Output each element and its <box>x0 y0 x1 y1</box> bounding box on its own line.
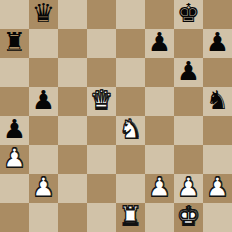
square-g6[interactable]: ♟ <box>174 58 203 87</box>
square-e8[interactable] <box>116 0 145 29</box>
square-d2[interactable] <box>87 174 116 203</box>
square-d7[interactable] <box>87 29 116 58</box>
square-g8[interactable]: ♚ <box>174 0 203 29</box>
square-a4[interactable]: ♟ <box>0 116 29 145</box>
square-g5[interactable] <box>174 87 203 116</box>
square-h1[interactable] <box>203 203 232 232</box>
square-f4[interactable] <box>145 116 174 145</box>
square-b4[interactable] <box>29 116 58 145</box>
square-e3[interactable] <box>116 145 145 174</box>
square-b3[interactable] <box>29 145 58 174</box>
white-king-piece: ♚ <box>177 203 200 231</box>
black-pawn-piece: ♟ <box>148 29 171 57</box>
square-h2[interactable]: ♟ <box>203 174 232 203</box>
white-pawn-piece: ♟ <box>206 174 229 202</box>
square-g7[interactable] <box>174 29 203 58</box>
black-queen-piece: ♛ <box>32 0 55 28</box>
square-d1[interactable] <box>87 203 116 232</box>
square-d5[interactable]: ♛ <box>87 87 116 116</box>
square-d4[interactable] <box>87 116 116 145</box>
square-c3[interactable] <box>58 145 87 174</box>
square-h6[interactable] <box>203 58 232 87</box>
square-c7[interactable] <box>58 29 87 58</box>
black-pawn-piece: ♟ <box>206 29 229 57</box>
black-pawn-piece: ♟ <box>3 116 26 144</box>
white-pawn-piece: ♟ <box>177 174 200 202</box>
black-pawn-piece: ♟ <box>177 58 200 86</box>
square-f8[interactable] <box>145 0 174 29</box>
black-king-piece: ♚ <box>177 0 200 28</box>
square-f2[interactable]: ♟ <box>145 174 174 203</box>
square-h8[interactable] <box>203 0 232 29</box>
square-f5[interactable] <box>145 87 174 116</box>
white-knight-piece: ♞ <box>119 116 142 144</box>
square-c4[interactable] <box>58 116 87 145</box>
square-e6[interactable] <box>116 58 145 87</box>
square-a3[interactable]: ♟ <box>0 145 29 174</box>
square-f3[interactable] <box>145 145 174 174</box>
square-g1[interactable]: ♚ <box>174 203 203 232</box>
square-f6[interactable] <box>145 58 174 87</box>
square-c5[interactable] <box>58 87 87 116</box>
square-a6[interactable] <box>0 58 29 87</box>
square-c8[interactable] <box>58 0 87 29</box>
square-b8[interactable]: ♛ <box>29 0 58 29</box>
square-a1[interactable] <box>0 203 29 232</box>
white-pawn-piece: ♟ <box>148 174 171 202</box>
square-g4[interactable] <box>174 116 203 145</box>
white-queen-piece: ♛ <box>90 87 113 115</box>
square-c2[interactable] <box>58 174 87 203</box>
square-h4[interactable] <box>203 116 232 145</box>
square-b1[interactable] <box>29 203 58 232</box>
white-pawn-piece: ♟ <box>32 174 55 202</box>
square-g2[interactable]: ♟ <box>174 174 203 203</box>
chess-board-container: ♛♚♜♟♟♟♟♛♞♟♞♟♟♟♟♟♜♚ <box>0 0 232 232</box>
square-c1[interactable] <box>58 203 87 232</box>
white-rook-piece: ♜ <box>119 203 142 231</box>
square-d6[interactable] <box>87 58 116 87</box>
square-a8[interactable] <box>0 0 29 29</box>
square-b5[interactable]: ♟ <box>29 87 58 116</box>
square-d8[interactable] <box>87 0 116 29</box>
black-pawn-piece: ♟ <box>32 87 55 115</box>
square-e1[interactable]: ♜ <box>116 203 145 232</box>
square-e2[interactable] <box>116 174 145 203</box>
square-h5[interactable]: ♞ <box>203 87 232 116</box>
square-c6[interactable] <box>58 58 87 87</box>
square-a2[interactable] <box>0 174 29 203</box>
square-a7[interactable]: ♜ <box>0 29 29 58</box>
black-rook-piece: ♜ <box>3 29 26 57</box>
square-g3[interactable] <box>174 145 203 174</box>
square-b2[interactable]: ♟ <box>29 174 58 203</box>
square-e7[interactable] <box>116 29 145 58</box>
square-b6[interactable] <box>29 58 58 87</box>
white-pawn-piece: ♟ <box>3 145 26 173</box>
square-a5[interactable] <box>0 87 29 116</box>
square-f7[interactable]: ♟ <box>145 29 174 58</box>
square-e5[interactable] <box>116 87 145 116</box>
square-h7[interactable]: ♟ <box>203 29 232 58</box>
black-knight-piece: ♞ <box>206 87 229 115</box>
square-h3[interactable] <box>203 145 232 174</box>
square-f1[interactable] <box>145 203 174 232</box>
chess-board: ♛♚♜♟♟♟♟♛♞♟♞♟♟♟♟♟♜♚ <box>0 0 232 232</box>
square-d3[interactable] <box>87 145 116 174</box>
square-e4[interactable]: ♞ <box>116 116 145 145</box>
square-b7[interactable] <box>29 29 58 58</box>
